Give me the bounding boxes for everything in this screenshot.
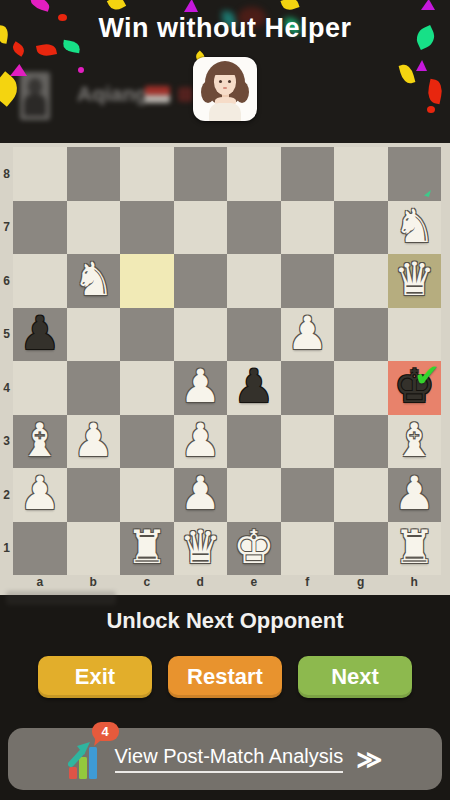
- square-a8[interactable]: [13, 147, 67, 201]
- white-king: ♚: [233, 524, 274, 570]
- square-g7[interactable]: [334, 201, 388, 255]
- chess-board-panel: 87654321 ♞♞♛♟♟♟♟♚✔♝♟♟♝♟♟♟♜♛♚♜ abcdefgh: [0, 143, 450, 595]
- double-chevron-right-icon: ≫: [356, 747, 382, 772]
- dialog-subtitle: Unlock Next Opponent: [0, 608, 450, 634]
- square-e5[interactable]: [227, 308, 281, 362]
- file-label: d: [174, 575, 228, 591]
- square-a3[interactable]: ♝: [13, 415, 67, 469]
- square-e1[interactable]: ♚: [227, 522, 281, 576]
- white-pawn: ♟: [394, 470, 435, 516]
- rank-label: 7: [0, 201, 13, 255]
- square-d6[interactable]: [174, 254, 228, 308]
- square-g8[interactable]: [334, 147, 388, 201]
- square-b5[interactable]: [67, 308, 121, 362]
- file-label: a: [13, 575, 67, 591]
- square-g3[interactable]: [334, 415, 388, 469]
- square-c7[interactable]: [120, 201, 174, 255]
- bar-chart-icon: 4: [68, 740, 104, 780]
- rank-label: 3: [0, 415, 13, 469]
- square-f4[interactable]: [281, 361, 335, 415]
- confetti-piece: [78, 67, 84, 73]
- square-a1[interactable]: [13, 522, 67, 576]
- square-b3[interactable]: ♟: [67, 415, 121, 469]
- square-e4[interactable]: ♟: [227, 361, 281, 415]
- blurred-background-text: [6, 591, 116, 605]
- square-g1[interactable]: [334, 522, 388, 576]
- analysis-label: View Post-Match Analysis: [115, 745, 344, 773]
- square-d7[interactable]: [174, 201, 228, 255]
- rank-label: 1: [0, 522, 13, 576]
- result-dialog: Unlock Next Opponent Exit Restart Next 4…: [0, 595, 450, 800]
- square-f1[interactable]: [281, 522, 335, 576]
- square-e3[interactable]: [227, 415, 281, 469]
- file-label: e: [227, 575, 281, 591]
- rank-label: 4: [0, 361, 13, 415]
- white-pawn: ♟: [180, 470, 221, 516]
- square-d3[interactable]: ♟: [174, 415, 228, 469]
- white-rook: ♜: [126, 524, 167, 570]
- white-bishop: ♝: [19, 417, 60, 463]
- file-label: g: [334, 575, 388, 591]
- rank-labels: 87654321: [0, 147, 13, 575]
- next-button[interactable]: Next: [298, 656, 412, 698]
- square-e2[interactable]: [227, 468, 281, 522]
- file-label: f: [281, 575, 335, 591]
- rank-label: 8: [0, 147, 13, 201]
- white-knight: ♞: [73, 256, 114, 302]
- square-e6[interactable]: [227, 254, 281, 308]
- square-a6[interactable]: [13, 254, 67, 308]
- square-d5[interactable]: [174, 308, 228, 362]
- square-c1[interactable]: ♜: [120, 522, 174, 576]
- square-g5[interactable]: [334, 308, 388, 362]
- square-c4[interactable]: [120, 361, 174, 415]
- rank-label: 2: [0, 468, 13, 522]
- square-h1[interactable]: ♜: [388, 522, 442, 576]
- square-f7[interactable]: [281, 201, 335, 255]
- white-pawn: ♟: [180, 417, 221, 463]
- square-f2[interactable]: [281, 468, 335, 522]
- square-c6[interactable]: [120, 254, 174, 308]
- square-b7[interactable]: [67, 201, 121, 255]
- square-c2[interactable]: [120, 468, 174, 522]
- exit-button[interactable]: Exit: [38, 656, 152, 698]
- square-b6[interactable]: ♞: [67, 254, 121, 308]
- black-pawn: ♟: [19, 310, 60, 356]
- dialog-buttons-row: Exit Restart Next: [38, 656, 412, 698]
- square-b2[interactable]: [67, 468, 121, 522]
- opponent-name: Aqiang: [77, 82, 148, 106]
- file-label: c: [120, 575, 174, 591]
- square-a7[interactable]: [13, 201, 67, 255]
- white-queen: ♛: [180, 524, 221, 570]
- file-label: b: [67, 575, 121, 591]
- file-labels: abcdefgh: [13, 575, 441, 591]
- opponent-avatar: [193, 57, 257, 121]
- square-f6[interactable]: [281, 254, 335, 308]
- white-knight: ♞: [394, 203, 435, 249]
- square-e8[interactable]: [227, 147, 281, 201]
- indonesia-flag-icon: [145, 86, 170, 103]
- analysis-count-badge: 4: [92, 722, 119, 741]
- restart-button[interactable]: Restart: [168, 656, 282, 698]
- square-b4[interactable]: [67, 361, 121, 415]
- result-title: Win without Helper: [0, 0, 450, 44]
- file-label: h: [388, 575, 442, 591]
- square-d1[interactable]: ♛: [174, 522, 228, 576]
- square-h5[interactable]: [388, 308, 442, 362]
- square-g4[interactable]: [334, 361, 388, 415]
- white-rook: ♜: [394, 524, 435, 570]
- rank-label: 5: [0, 308, 13, 362]
- result-header: Aqiang Win without Helper: [0, 0, 450, 143]
- square-c8[interactable]: [120, 147, 174, 201]
- chess-board: ♞♞♛♟♟♟♟♚✔♝♟♟♝♟♟♟♜♛♚♜: [13, 147, 441, 575]
- square-c3[interactable]: [120, 415, 174, 469]
- square-d4[interactable]: ♟: [174, 361, 228, 415]
- opponent-extra-blob: [178, 87, 193, 102]
- black-pawn: ♟: [233, 363, 274, 409]
- square-f5[interactable]: ♟: [281, 308, 335, 362]
- square-d2[interactable]: ♟: [174, 468, 228, 522]
- post-match-analysis-button[interactable]: 4 View Post-Match Analysis ≫: [8, 728, 442, 790]
- square-h4[interactable]: ♚✔: [388, 361, 442, 415]
- square-a5[interactable]: ♟: [13, 308, 67, 362]
- square-g2[interactable]: [334, 468, 388, 522]
- white-pawn: ♟: [19, 470, 60, 516]
- square-h6[interactable]: ♛: [388, 254, 442, 308]
- square-f8[interactable]: [281, 147, 335, 201]
- opponent-photo: [20, 72, 50, 120]
- square-e7[interactable]: [227, 201, 281, 255]
- square-h7[interactable]: ♞: [388, 201, 442, 255]
- square-a4[interactable]: [13, 361, 67, 415]
- square-g6[interactable]: [334, 254, 388, 308]
- checkmark-icon: ✔: [414, 357, 440, 393]
- square-h3[interactable]: ♝: [388, 415, 442, 469]
- square-f3[interactable]: [281, 415, 335, 469]
- square-d8[interactable]: [174, 147, 228, 201]
- square-h8[interactable]: [388, 147, 442, 201]
- square-b8[interactable]: [67, 147, 121, 201]
- square-a2[interactable]: ♟: [13, 468, 67, 522]
- rank-label: 6: [0, 254, 13, 308]
- confetti-piece: [36, 42, 57, 58]
- white-pawn: ♟: [180, 363, 221, 409]
- confetti-piece: [427, 106, 435, 113]
- white-pawn: ♟: [73, 417, 114, 463]
- square-b1[interactable]: [67, 522, 121, 576]
- square-c5[interactable]: [120, 308, 174, 362]
- square-h2[interactable]: ♟: [388, 468, 442, 522]
- white-pawn: ♟: [287, 310, 328, 356]
- white-queen: ♛: [394, 256, 435, 302]
- white-bishop: ♝: [394, 417, 435, 463]
